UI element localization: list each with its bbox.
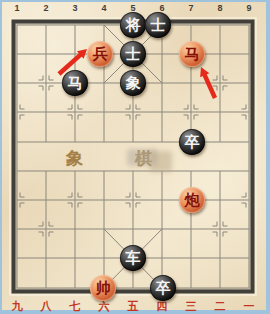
file-label-bottom-7: 三 (186, 301, 197, 312)
file-label-bottom-5: 五 (128, 301, 139, 312)
file-label-top-3: 3 (72, 4, 77, 13)
file-label-bottom-9: 一 (244, 301, 255, 312)
file-label-top-6: 6 (159, 4, 164, 13)
file-label-bottom-8: 二 (215, 301, 226, 312)
file-label-top-9: 9 (246, 4, 251, 13)
piece-black-general[interactable]: 将 (120, 12, 146, 38)
xiangqi-game-screenshot: 象 棋 123456789 九八七六五四三二一 将士兵士马马象卒炮车帅卒 (0, 0, 270, 314)
file-label-bottom-4: 六 (99, 301, 110, 312)
piece-red-soldier[interactable]: 兵 (87, 41, 113, 67)
file-label-bottom-6: 四 (157, 301, 168, 312)
piece-black-elephant[interactable]: 象 (120, 70, 146, 96)
file-label-top-1: 1 (14, 4, 19, 13)
file-label-top-4: 4 (101, 4, 106, 13)
file-label-top-8: 8 (217, 4, 222, 13)
file-label-bottom-1: 九 (12, 301, 23, 312)
piece-black-soldier-b[interactable]: 卒 (150, 275, 176, 301)
piece-red-general[interactable]: 帅 (90, 275, 116, 301)
piece-black-horse[interactable]: 马 (62, 70, 88, 96)
piece-red-horse[interactable]: 马 (179, 41, 205, 67)
file-label-bottom-3: 七 (70, 301, 81, 312)
piece-black-chariot[interactable]: 车 (120, 245, 146, 271)
piece-black-soldier-a[interactable]: 卒 (179, 129, 205, 155)
file-label-top-2: 2 (43, 4, 48, 13)
piece-black-advisor-b[interactable]: 士 (120, 41, 146, 67)
blurred-watermark (150, 151, 172, 172)
piece-red-cannon[interactable]: 炮 (179, 187, 205, 213)
file-label-top-7: 7 (188, 4, 193, 13)
piece-black-advisor-a[interactable]: 士 (145, 12, 171, 38)
file-label-bottom-2: 八 (41, 301, 52, 312)
